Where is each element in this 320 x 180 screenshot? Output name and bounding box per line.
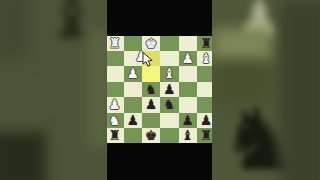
- black-knight-icon: ♞: [160, 97, 178, 112]
- square-r1c6[interactable]: ♜: [197, 36, 212, 51]
- black-rook-icon: ♜: [197, 128, 212, 143]
- square-r7c3[interactable]: ♚: [142, 128, 160, 143]
- square-r2c6[interactable]: ♝: [197, 51, 212, 66]
- square-r6c6[interactable]: ♟: [197, 113, 212, 128]
- square-r5c2[interactable]: [124, 97, 142, 112]
- square-r7c6[interactable]: ♜: [197, 128, 212, 143]
- square-r4c2[interactable]: [124, 82, 142, 97]
- square-r6c1[interactable]: ♞: [107, 113, 124, 128]
- white-pawn-icon: ♟: [107, 97, 124, 112]
- blurred-board-edge: [88, 30, 107, 148]
- square-r6c2[interactable]: ♟: [124, 113, 142, 128]
- black-pawn-icon: ♟: [142, 97, 160, 112]
- square-r3c2[interactable]: ♟: [124, 66, 142, 81]
- black-pawn-icon: ♟: [160, 82, 178, 97]
- black-pawn-icon: ♟: [124, 113, 142, 128]
- square-r7c1[interactable]: ♜: [107, 128, 124, 143]
- square-r1c1[interactable]: ♜: [107, 36, 124, 51]
- square-r5c4[interactable]: ♞: [160, 97, 178, 112]
- black-bishop-icon: ♝: [179, 128, 197, 143]
- blurred-shadow: [0, 0, 30, 60]
- square-r4c3[interactable]: ♞: [142, 82, 160, 97]
- square-r6c3[interactable]: [142, 113, 160, 128]
- square-r3c3[interactable]: [142, 66, 160, 81]
- black-knight-icon: ♞: [142, 82, 160, 97]
- square-r2c5[interactable]: ♟: [179, 51, 197, 66]
- square-r4c1[interactable]: [107, 82, 124, 97]
- square-r6c4[interactable]: [160, 113, 178, 128]
- blurred-sidebar-right: ♟ ♞: [212, 0, 320, 180]
- blurred-shadow: [0, 132, 46, 180]
- square-r3c5[interactable]: [179, 66, 197, 81]
- square-r5c3[interactable]: ♟: [142, 97, 160, 112]
- blurred-knight-icon: ♞: [220, 96, 297, 180]
- white-pawn-icon: ♟: [124, 66, 142, 81]
- square-r5c6[interactable]: [197, 97, 212, 112]
- white-bishop-icon: ♝: [160, 66, 178, 81]
- black-pawn-icon: ♟: [197, 113, 212, 128]
- square-r7c4[interactable]: [160, 128, 178, 143]
- square-r6c5[interactable]: ♟: [179, 113, 197, 128]
- white-king-icon: ♚: [142, 36, 160, 51]
- square-r1c4[interactable]: [160, 36, 178, 51]
- square-r4c4[interactable]: ♟: [160, 82, 178, 97]
- square-r7c5[interactable]: ♝: [179, 128, 197, 143]
- white-pawn-icon: ♟: [179, 51, 197, 66]
- square-r5c5[interactable]: [179, 97, 197, 112]
- white-knight-icon: ♞: [107, 113, 124, 128]
- blurred-board-squares: [212, 28, 272, 62]
- square-r4c5[interactable]: [179, 82, 197, 97]
- square-r1c2[interactable]: [124, 36, 142, 51]
- square-r3c1[interactable]: [107, 66, 124, 81]
- white-bishop-icon: ♝: [197, 51, 212, 66]
- black-pawn-icon: ♟: [179, 113, 197, 128]
- chess-board[interactable]: ♜♚♜♟♝♟♝♞♟♟♟♞♞♟♟♟♜♚♝♜: [107, 36, 212, 144]
- square-r1c3[interactable]: ♚: [142, 36, 160, 51]
- white-rook-icon: ♜: [107, 36, 124, 51]
- square-r4c6[interactable]: [197, 82, 212, 97]
- square-r2c1[interactable]: [107, 51, 124, 66]
- black-rook-icon: ♜: [197, 36, 212, 51]
- square-r3c4[interactable]: ♝: [160, 66, 178, 81]
- square-r2c4[interactable]: [160, 51, 178, 66]
- black-king-icon: ♚: [142, 128, 160, 143]
- blurred-sidebar-left: ♝: [0, 0, 107, 180]
- square-r1c5[interactable]: [179, 36, 197, 51]
- pointer-arrow-icon: [142, 52, 154, 68]
- black-rook-icon: ♜: [107, 128, 124, 143]
- square-r2c2[interactable]: [124, 51, 142, 66]
- square-r5c1[interactable]: ♟: [107, 97, 124, 112]
- video-column: ♜♚♜♟♝♟♝♞♟♟♟♞♞♟♟♟♜♚♝♜ ♟: [107, 0, 212, 180]
- square-r7c2[interactable]: [124, 128, 142, 143]
- square-r3c6[interactable]: [197, 66, 212, 81]
- video-frame: ♝ ♟ ♞ ♜♚♜♟♝♟♝♞♟♟♟♞♞♟♟♟♜♚♝♜ ♟: [0, 0, 320, 180]
